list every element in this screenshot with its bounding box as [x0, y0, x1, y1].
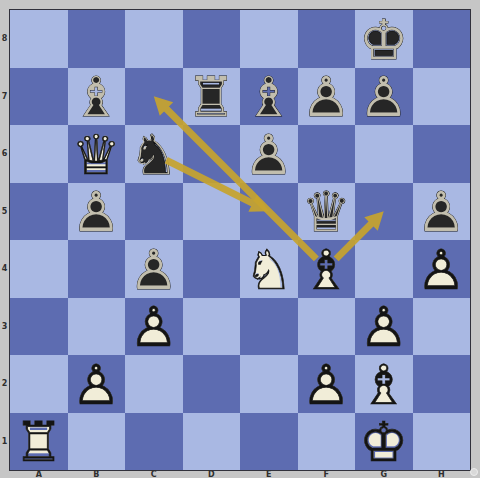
square-f2[interactable]: ♟♙: [298, 355, 356, 413]
square-e8[interactable]: [240, 10, 298, 68]
square-e5[interactable]: [240, 183, 298, 241]
rank-label-5: 5: [0, 183, 9, 241]
piece-white-king[interactable]: ♚♔: [355, 413, 413, 471]
rank-label-2: 2: [0, 355, 9, 413]
file-label-f: F: [298, 471, 356, 478]
piece-white-rook[interactable]: ♜♖: [10, 413, 68, 471]
square-f6[interactable]: [298, 125, 356, 183]
square-h4[interactable]: ♟♙: [413, 240, 471, 298]
piece-black-bishop[interactable]: ♝♗: [68, 68, 126, 126]
file-label-c: C: [125, 471, 183, 478]
square-c6[interactable]: ♞♘: [125, 125, 183, 183]
piece-black-pawn[interactable]: ♟♙: [355, 68, 413, 126]
square-b1[interactable]: [68, 413, 126, 471]
square-f5[interactable]: ♛♕: [298, 183, 356, 241]
square-c5[interactable]: [125, 183, 183, 241]
square-b7[interactable]: ♝♗: [68, 68, 126, 126]
square-g8[interactable]: ♚♔: [355, 10, 413, 68]
square-d7[interactable]: ♜♖: [183, 68, 241, 126]
square-e7[interactable]: ♝♗: [240, 68, 298, 126]
square-f1[interactable]: [298, 413, 356, 471]
file-label-d: D: [183, 471, 241, 478]
square-e3[interactable]: [240, 298, 298, 356]
piece-white-bishop[interactable]: ♝♗: [298, 240, 356, 298]
piece-black-king[interactable]: ♚♔: [355, 10, 413, 68]
rank-label-7: 7: [0, 68, 9, 126]
square-d4[interactable]: [183, 240, 241, 298]
rank-label-6: 6: [0, 125, 9, 183]
file-label-g: G: [355, 471, 413, 478]
square-b6[interactable]: ♛♕: [68, 125, 126, 183]
square-a4[interactable]: [10, 240, 68, 298]
rank-label-8: 8: [0, 10, 9, 68]
square-h3[interactable]: [413, 298, 471, 356]
square-g4[interactable]: [355, 240, 413, 298]
square-f8[interactable]: [298, 10, 356, 68]
square-e6[interactable]: ♟♙: [240, 125, 298, 183]
file-label-a: A: [10, 471, 68, 478]
square-a8[interactable]: [10, 10, 68, 68]
square-c7[interactable]: [125, 68, 183, 126]
piece-black-rook[interactable]: ♜♖: [183, 68, 241, 126]
square-g7[interactable]: ♟♙: [355, 68, 413, 126]
square-a5[interactable]: [10, 183, 68, 241]
piece-white-pawn[interactable]: ♟♙: [355, 298, 413, 356]
piece-black-pawn[interactable]: ♟♙: [125, 240, 183, 298]
square-g2[interactable]: ♝♗: [355, 355, 413, 413]
piece-black-bishop[interactable]: ♝♗: [240, 68, 298, 126]
square-f3[interactable]: [298, 298, 356, 356]
square-c2[interactable]: [125, 355, 183, 413]
rank-label-1: 1: [0, 413, 9, 471]
square-d6[interactable]: [183, 125, 241, 183]
square-b3[interactable]: [68, 298, 126, 356]
square-f7[interactable]: ♟♙: [298, 68, 356, 126]
square-h7[interactable]: [413, 68, 471, 126]
piece-white-queen[interactable]: ♛♕: [68, 125, 126, 183]
square-b4[interactable]: [68, 240, 126, 298]
piece-white-pawn[interactable]: ♟♙: [125, 298, 183, 356]
square-a1[interactable]: ♜♖: [10, 413, 68, 471]
square-g3[interactable]: ♟♙: [355, 298, 413, 356]
square-a7[interactable]: [10, 68, 68, 126]
square-f4[interactable]: ♝♗: [298, 240, 356, 298]
ui-grip-dot: [470, 468, 478, 476]
square-e2[interactable]: [240, 355, 298, 413]
square-b8[interactable]: [68, 10, 126, 68]
square-a3[interactable]: [10, 298, 68, 356]
piece-black-pawn[interactable]: ♟♙: [68, 183, 126, 241]
square-a6[interactable]: [10, 125, 68, 183]
square-d1[interactable]: [183, 413, 241, 471]
square-d8[interactable]: [183, 10, 241, 68]
square-b5[interactable]: ♟♙: [68, 183, 126, 241]
piece-black-knight[interactable]: ♞♘: [125, 125, 183, 183]
square-c8[interactable]: [125, 10, 183, 68]
piece-black-pawn[interactable]: ♟♙: [298, 68, 356, 126]
piece-white-pawn[interactable]: ♟♙: [413, 240, 471, 298]
file-label-e: E: [240, 471, 298, 478]
piece-black-pawn[interactable]: ♟♙: [240, 125, 298, 183]
square-c3[interactable]: ♟♙: [125, 298, 183, 356]
rank-label-4: 4: [0, 240, 9, 298]
piece-white-knight[interactable]: ♞♘: [240, 240, 298, 298]
file-label-b: B: [68, 471, 126, 478]
square-h5[interactable]: ♟♙: [413, 183, 471, 241]
square-c1[interactable]: [125, 413, 183, 471]
file-label-h: H: [413, 471, 471, 478]
square-e4[interactable]: ♞♘: [240, 240, 298, 298]
piece-white-pawn[interactable]: ♟♙: [68, 355, 126, 413]
chess-board: ♚♔♝♗♜♖♝♗♟♙♟♙♛♕♞♘♟♙♟♙♛♕♟♙♟♙♞♘♝♗♟♙♟♙♟♙♟♙♟♙…: [9, 9, 471, 471]
rank-label-3: 3: [0, 298, 9, 356]
square-c4[interactable]: ♟♙: [125, 240, 183, 298]
square-a2[interactable]: [10, 355, 68, 413]
square-g5[interactable]: [355, 183, 413, 241]
square-h2[interactable]: [413, 355, 471, 413]
square-h8[interactable]: [413, 10, 471, 68]
square-b2[interactable]: ♟♙: [68, 355, 126, 413]
square-d5[interactable]: [183, 183, 241, 241]
square-g6[interactable]: [355, 125, 413, 183]
square-g1[interactable]: ♚♔: [355, 413, 413, 471]
piece-white-pawn[interactable]: ♟♙: [298, 355, 356, 413]
square-h1[interactable]: [413, 413, 471, 471]
chess-board-frame: ♚♔♝♗♜♖♝♗♟♙♟♙♛♕♞♘♟♙♟♙♛♕♟♙♟♙♞♘♝♗♟♙♟♙♟♙♟♙♟♙…: [0, 0, 480, 478]
square-e1[interactable]: [240, 413, 298, 471]
square-d2[interactable]: [183, 355, 241, 413]
square-d3[interactable]: [183, 298, 241, 356]
piece-white-bishop[interactable]: ♝♗: [355, 355, 413, 413]
piece-black-pawn[interactable]: ♟♙: [413, 183, 471, 241]
square-h6[interactable]: [413, 125, 471, 183]
piece-black-queen[interactable]: ♛♕: [298, 183, 356, 241]
